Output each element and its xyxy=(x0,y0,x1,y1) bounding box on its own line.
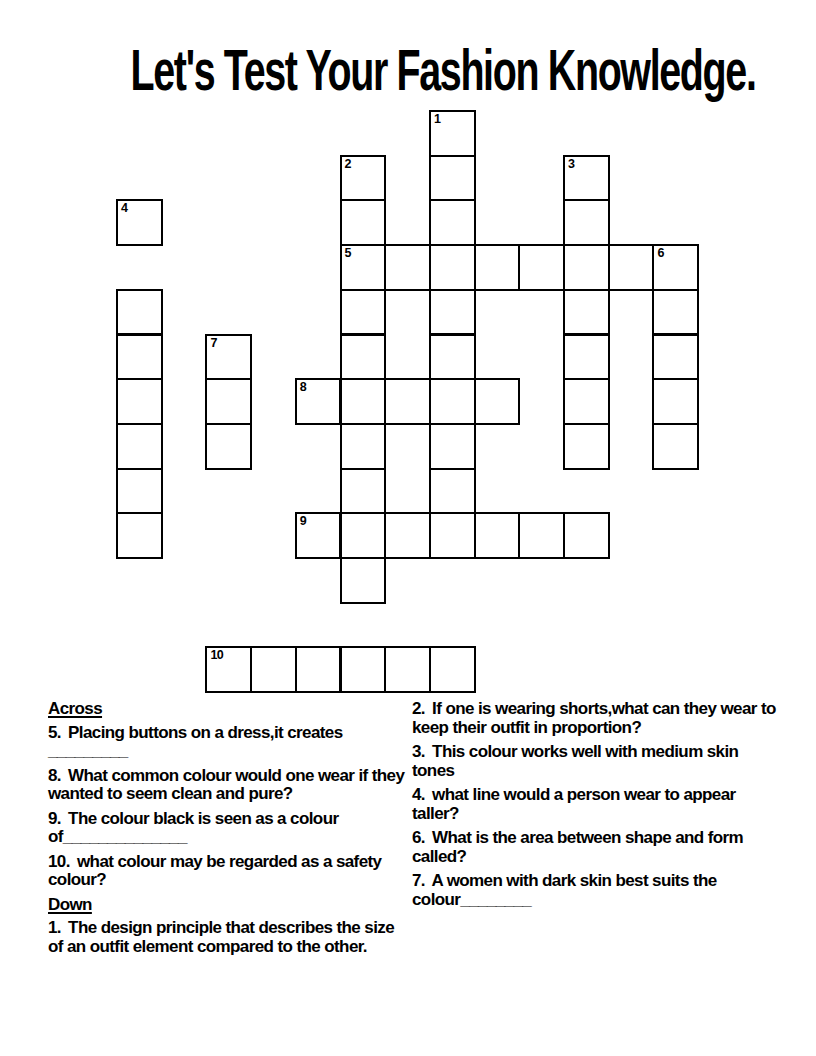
grid-cell-r9c5[interactable] xyxy=(340,512,387,559)
clue-text: What common colour would one wear if the… xyxy=(48,766,404,804)
clue-down-4: 4. what line would a person wear to appe… xyxy=(412,786,780,823)
grid-cell-r7c5[interactable] xyxy=(340,423,387,470)
grid-cell-r5c7[interactable] xyxy=(429,334,476,381)
clue-column-right: 2. If one is wearing shorts,what can the… xyxy=(412,700,780,915)
clue-text: This colour works well with medium skin … xyxy=(412,742,738,780)
down-clues-list-left: 1. The design principle that describes t… xyxy=(48,919,410,956)
crossword-grid: 12345678910 xyxy=(117,111,699,693)
grid-cell-r3c6[interactable] xyxy=(384,244,431,291)
grid-cell-r1c5[interactable]: 2 xyxy=(340,155,387,202)
clue-text: What is the area between shape and form … xyxy=(412,828,743,866)
grid-cell-r4c10[interactable] xyxy=(563,289,610,336)
grid-cell-r12c2[interactable]: 10 xyxy=(205,646,252,693)
clue-down-2: 2. If one is wearing shorts,what can the… xyxy=(412,700,780,737)
puzzle-title: Let's Test Your Fashion Knowledge. xyxy=(131,36,686,103)
clue-number-1: 1 xyxy=(434,112,440,126)
grid-cell-r5c2[interactable]: 7 xyxy=(205,334,252,381)
clue-num-label: 9. xyxy=(48,809,61,828)
clue-text: what line would a person wear to appear … xyxy=(412,785,736,823)
clue-number-6: 6 xyxy=(657,246,663,260)
clue-down-7: 7. A women with dark skin best suits the… xyxy=(412,872,780,909)
clue-text: what colour may be regarded as a safety … xyxy=(48,852,381,890)
grid-cell-r9c10[interactable] xyxy=(563,512,610,559)
grid-cell-r1c10[interactable]: 3 xyxy=(563,155,610,202)
clue-text: Placing buttons on a dress,it creates __… xyxy=(48,723,343,761)
grid-cell-r9c7[interactable] xyxy=(429,512,476,559)
clue-text: A women with dark skin best suits the co… xyxy=(412,871,717,909)
grid-cell-r12c5[interactable] xyxy=(340,646,387,693)
grid-cell-r2c5[interactable] xyxy=(340,199,387,246)
grid-cell-r1c7[interactable] xyxy=(429,155,476,202)
grid-cell-r2c10[interactable] xyxy=(563,199,610,246)
clue-num-label: 3. xyxy=(412,742,425,761)
clue-num-label: 6. xyxy=(412,828,425,847)
grid-cell-r7c10[interactable] xyxy=(563,423,610,470)
grid-cell-r2c0[interactable]: 4 xyxy=(116,199,163,246)
grid-cell-r6c6[interactable] xyxy=(384,378,431,425)
grid-cell-r6c4[interactable]: 8 xyxy=(295,378,342,425)
clue-number-10: 10 xyxy=(210,648,223,662)
grid-cell-r6c2[interactable] xyxy=(205,378,252,425)
down-heading: Down xyxy=(48,896,410,915)
grid-cell-r12c4[interactable] xyxy=(295,646,342,693)
grid-cell-r3c9[interactable] xyxy=(518,244,565,291)
clue-down-6: 6. What is the area between shape and fo… xyxy=(412,829,780,866)
clue-num-label: 8. xyxy=(48,766,61,785)
grid-cell-r9c9[interactable] xyxy=(518,512,565,559)
clue-across-10: 10. what colour may be regarded as a saf… xyxy=(48,853,410,890)
grid-cell-r3c11[interactable] xyxy=(608,244,655,291)
clue-num-label: 10. xyxy=(48,852,70,871)
grid-cell-r7c0[interactable] xyxy=(116,423,163,470)
clue-down-3: 3. This colour works well with medium sk… xyxy=(412,743,780,780)
grid-cell-r12c7[interactable] xyxy=(429,646,476,693)
grid-cell-r6c0[interactable] xyxy=(116,378,163,425)
clue-number-2: 2 xyxy=(345,157,351,171)
clue-across-5: 5. Placing buttons on a dress,it creates… xyxy=(48,724,410,761)
grid-cell-r2c7[interactable] xyxy=(429,199,476,246)
clue-down-1: 1. The design principle that describes t… xyxy=(48,919,410,956)
grid-cell-r8c5[interactable] xyxy=(340,468,387,515)
grid-cell-r4c7[interactable] xyxy=(429,289,476,336)
grid-cell-r9c8[interactable] xyxy=(474,512,521,559)
clue-num-label: 5. xyxy=(48,723,61,742)
grid-cell-r5c10[interactable] xyxy=(563,334,610,381)
grid-cell-r3c8[interactable] xyxy=(474,244,521,291)
clue-num-label: 7. xyxy=(412,871,425,890)
clue-num-label: 4. xyxy=(412,785,425,804)
grid-cell-r9c6[interactable] xyxy=(384,512,431,559)
across-heading: Across xyxy=(48,700,410,719)
clue-text: The colour black is seen as a colour of_… xyxy=(48,809,338,847)
clue-across-9: 9. The colour black is seen as a colour … xyxy=(48,810,410,847)
clue-num-label: 1. xyxy=(48,918,61,937)
clue-number-4: 4 xyxy=(121,201,127,215)
grid-cell-r9c4[interactable]: 9 xyxy=(295,512,342,559)
grid-cell-r4c0[interactable] xyxy=(116,289,163,336)
clue-number-7: 7 xyxy=(210,336,216,350)
clue-text: The design principle that describes the … xyxy=(48,918,394,956)
grid-cell-r6c10[interactable] xyxy=(563,378,610,425)
grid-cell-r6c8[interactable] xyxy=(474,378,521,425)
grid-cell-r7c2[interactable] xyxy=(205,423,252,470)
clue-text: If one is wearing shorts,what can they w… xyxy=(412,699,776,737)
grid-cell-r12c3[interactable] xyxy=(250,646,297,693)
grid-cell-r8c7[interactable] xyxy=(429,468,476,515)
grid-cell-r5c0[interactable] xyxy=(116,334,163,381)
clue-number-8: 8 xyxy=(300,380,306,394)
clue-number-5: 5 xyxy=(345,246,351,260)
down-clues-list-right: 2. If one is wearing shorts,what can the… xyxy=(412,700,780,909)
clue-num-label: 2. xyxy=(412,699,425,718)
grid-cell-r6c7[interactable] xyxy=(429,378,476,425)
grid-cell-r3c12[interactable]: 6 xyxy=(652,244,699,291)
grid-cell-r3c5[interactable]: 5 xyxy=(340,244,387,291)
clue-column-left: Across 5. Placing buttons on a dress,it … xyxy=(48,700,410,962)
grid-cell-r4c12[interactable] xyxy=(652,289,699,336)
grid-cell-r3c10[interactable] xyxy=(563,244,610,291)
grid-cell-r5c5[interactable] xyxy=(340,334,387,381)
clue-number-9: 9 xyxy=(300,514,306,528)
grid-cell-r3c7[interactable] xyxy=(429,244,476,291)
grid-cell-r8c0[interactable] xyxy=(116,468,163,515)
grid-cell-r9c0[interactable] xyxy=(116,512,163,559)
clue-number-3: 3 xyxy=(568,157,574,171)
grid-cell-r12c6[interactable] xyxy=(384,646,431,693)
clue-across-8: 8. What common colour would one wear if … xyxy=(48,767,410,804)
grid-cell-r6c12[interactable] xyxy=(652,378,699,425)
grid-cell-r5c12[interactable] xyxy=(652,334,699,381)
grid-cell-r4c5[interactable] xyxy=(340,289,387,336)
grid-cell-r0c7[interactable]: 1 xyxy=(429,110,476,157)
across-clues-list: 5. Placing buttons on a dress,it creates… xyxy=(48,724,410,890)
grid-cell-r7c12[interactable] xyxy=(652,423,699,470)
grid-cell-r7c7[interactable] xyxy=(429,423,476,470)
grid-cell-r10c5[interactable] xyxy=(340,557,387,604)
grid-cell-r6c5[interactable] xyxy=(340,378,387,425)
